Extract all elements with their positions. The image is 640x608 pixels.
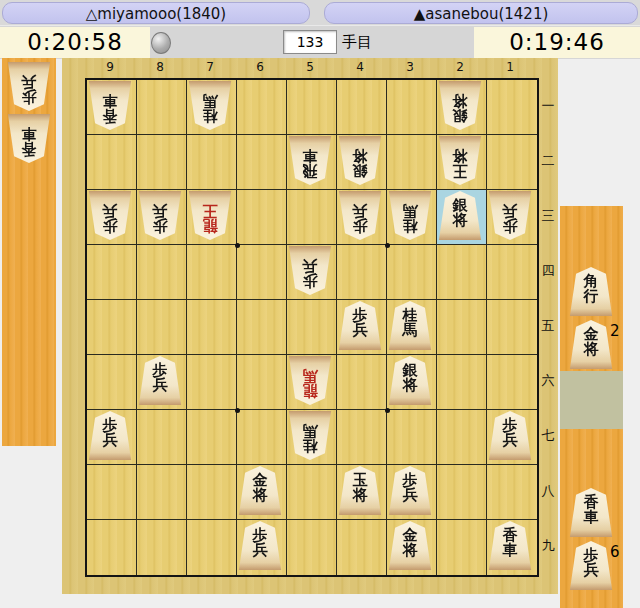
board-square-4-1[interactable] (337, 80, 387, 135)
rank-label-7: 七 (539, 408, 557, 463)
sente-clock: 0:19:46 (474, 27, 640, 58)
hand-count-pawn: 6 (610, 543, 620, 561)
piece-kanji: 香車 (569, 495, 613, 525)
piece-kanji: 銀将 (388, 363, 432, 393)
board-square-3-1[interactable] (387, 80, 437, 135)
rank-coordinate-labels: 一二三四五六七八九 (539, 78, 557, 573)
piece-kanji: 歩兵 (238, 528, 282, 558)
rank-label-9: 九 (539, 518, 557, 573)
board-square-2-8[interactable] (437, 465, 487, 520)
tray-empty-slot (560, 371, 623, 429)
piece-kanji: 金将 (569, 327, 613, 357)
board-square-1-1[interactable] (487, 80, 537, 135)
piece-kanji: 王将 (438, 148, 482, 178)
shogi-piece-sente-lance[interactable]: 香車 (569, 488, 613, 537)
status-bar: 0:20:58 手目 0:19:46 (0, 25, 640, 59)
star-point (235, 408, 240, 413)
piece-kanji: 歩兵 (569, 548, 613, 578)
header: △miyamooo(1840) ▲asanebou(1421) 0:20:58 … (0, 0, 640, 58)
board-square-8-7[interactable] (137, 410, 187, 465)
piece-kanji: 飛車 (288, 148, 332, 178)
board-square-8-5[interactable] (137, 300, 187, 355)
star-point (385, 243, 390, 248)
board-square-4-7[interactable] (337, 410, 387, 465)
board-square-9-9[interactable] (87, 520, 137, 575)
piece-kanji: 香車 (488, 528, 532, 558)
board-square-4-9[interactable] (337, 520, 387, 575)
piece-kanji: 歩兵 (488, 418, 532, 448)
file-label-7: 7 (185, 60, 235, 74)
board-square-6-6[interactable] (237, 355, 287, 410)
piece-kanji: 歩兵 (388, 473, 432, 503)
shogi-piece-sente-pawn[interactable]: 歩兵 (569, 541, 613, 590)
board-square-5-1[interactable] (287, 80, 337, 135)
rank-label-6: 六 (539, 353, 557, 408)
board-square-1-2[interactable] (487, 135, 537, 190)
board-square-1-4[interactable] (487, 245, 537, 300)
shogi-piece-gote-pawn[interactable]: 歩兵 (7, 62, 51, 111)
board-square-3-4[interactable] (387, 245, 437, 300)
rank-label-2: 二 (539, 133, 557, 188)
piece-kanji: 龍王 (188, 203, 232, 233)
star-point (385, 408, 390, 413)
board-square-2-5[interactable] (437, 300, 487, 355)
piece-kanji: 歩兵 (338, 308, 382, 338)
piece-kanji: 歩兵 (88, 203, 132, 233)
board-background: 987654321 一二三四五六七八九 香車桂馬銀将飛車銀将王将歩兵歩兵龍王歩兵… (62, 58, 558, 594)
piece-kanji: 歩兵 (138, 203, 182, 233)
hand-count-gold: 2 (610, 322, 620, 340)
rank-label-3: 三 (539, 188, 557, 243)
move-number-input[interactable] (283, 30, 337, 54)
board-square-7-4[interactable] (187, 245, 237, 300)
board-square-5-5[interactable] (287, 300, 337, 355)
shogi-piece-gote-lance[interactable]: 香車 (7, 114, 51, 163)
piece-kanji: 歩兵 (88, 418, 132, 448)
file-label-3: 3 (385, 60, 435, 74)
piece-kanji: 金将 (238, 473, 282, 503)
board-square-6-5[interactable] (237, 300, 287, 355)
file-label-5: 5 (285, 60, 335, 74)
board-square-2-9[interactable] (437, 520, 487, 575)
board-square-5-9[interactable] (287, 520, 337, 575)
board-square-2-7[interactable] (437, 410, 487, 465)
piece-kanji: 歩兵 (138, 363, 182, 393)
rank-label-8: 八 (539, 463, 557, 518)
board-square-2-4[interactable] (437, 245, 487, 300)
piece-kanji: 歩兵 (288, 258, 332, 288)
shogi-piece-sente-gold[interactable]: 金将 (569, 320, 613, 369)
board-square-8-8[interactable] (137, 465, 187, 520)
move-number-label: 手目 (342, 30, 372, 54)
piece-kanji: 桂馬 (188, 93, 232, 123)
piece-kanji: 銀将 (338, 148, 382, 178)
board-square-9-4[interactable] (87, 245, 137, 300)
rank-label-5: 五 (539, 298, 557, 353)
board-square-5-3[interactable] (287, 190, 337, 245)
board-square-4-4[interactable] (337, 245, 387, 300)
piece-kanji: 桂馬 (388, 203, 432, 233)
piece-kanji: 歩兵 (7, 74, 51, 104)
piece-kanji: 桂馬 (388, 308, 432, 338)
board-square-8-1[interactable] (137, 80, 187, 135)
star-point (235, 243, 240, 248)
board-square-6-4[interactable] (237, 245, 287, 300)
board-square-8-2[interactable] (137, 135, 187, 190)
file-label-8: 8 (135, 60, 185, 74)
board-square-7-7[interactable] (187, 410, 237, 465)
board-square-7-2[interactable] (187, 135, 237, 190)
file-coordinate-labels: 987654321 (85, 60, 535, 76)
board-square-7-8[interactable] (187, 465, 237, 520)
board-square-9-2[interactable] (87, 135, 137, 190)
sente-captured-tray: 角行金将2香車歩兵6 (560, 206, 623, 608)
board-square-7-6[interactable] (187, 355, 237, 410)
board-square-5-8[interactable] (287, 465, 337, 520)
board-square-9-5[interactable] (87, 300, 137, 355)
file-label-4: 4 (335, 60, 385, 74)
piece-kanji: 歩兵 (338, 203, 382, 233)
board-square-6-7[interactable] (237, 410, 287, 465)
board-square-3-7[interactable] (387, 410, 437, 465)
gote-player-button[interactable]: △miyamooo(1840) (2, 2, 310, 24)
piece-kanji: 角行 (569, 274, 613, 304)
file-label-6: 6 (235, 60, 285, 74)
file-label-2: 2 (435, 60, 485, 74)
piece-kanji: 桂馬 (288, 423, 332, 453)
piece-kanji: 金将 (388, 528, 432, 558)
board-square-1-5[interactable] (487, 300, 537, 355)
piece-kanji: 銀将 (438, 198, 482, 228)
piece-kanji: 香車 (7, 126, 51, 156)
board-square-6-2[interactable] (237, 135, 287, 190)
board-square-6-3[interactable] (237, 190, 287, 245)
gote-captured-tray: 歩兵香車 (2, 58, 56, 446)
board-square-1-8[interactable] (487, 465, 537, 520)
board-square-9-8[interactable] (87, 465, 137, 520)
board-square-7-5[interactable] (187, 300, 237, 355)
piece-kanji: 龍馬 (288, 368, 332, 398)
board-square-9-6[interactable] (87, 355, 137, 410)
turn-indicator-icon (151, 32, 171, 54)
file-label-9: 9 (85, 60, 135, 74)
gote-clock: 0:20:58 (0, 27, 150, 58)
piece-kanji: 香車 (88, 93, 132, 123)
board-square-4-6[interactable] (337, 355, 387, 410)
shogi-app-window: △miyamooo(1840) ▲asanebou(1421) 0:20:58 … (0, 0, 640, 608)
board-square-8-4[interactable] (137, 245, 187, 300)
board-square-2-6[interactable] (437, 355, 487, 410)
piece-kanji: 玉将 (338, 473, 382, 503)
board-square-8-9[interactable] (137, 520, 187, 575)
file-label-1: 1 (485, 60, 535, 74)
piece-kanji: 歩兵 (488, 203, 532, 233)
board-square-1-6[interactable] (487, 355, 537, 410)
rank-label-4: 四 (539, 243, 557, 298)
board-square-6-1[interactable] (237, 80, 287, 135)
rank-label-1: 一 (539, 78, 557, 133)
board-square-7-9[interactable] (187, 520, 237, 575)
board-square-3-2[interactable] (387, 135, 437, 190)
sente-player-button[interactable]: ▲asanebou(1421) (324, 2, 638, 24)
piece-kanji: 銀将 (438, 93, 482, 123)
shogi-piece-sente-bishop[interactable]: 角行 (569, 267, 613, 316)
